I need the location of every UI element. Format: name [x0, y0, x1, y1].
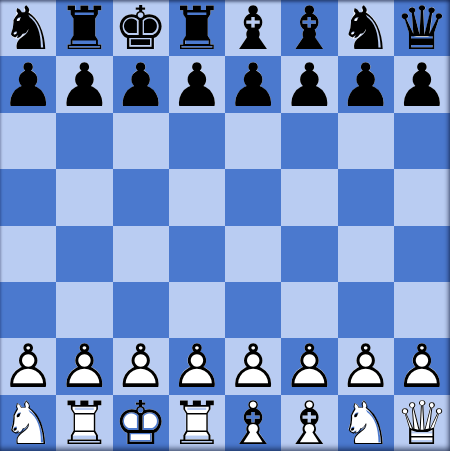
square-b5[interactable] — [56, 169, 112, 225]
square-h6[interactable] — [394, 113, 450, 169]
piece-glyph-outline: ♙ — [1, 336, 55, 396]
piece-glyph-outline: ♝ — [226, 0, 280, 58]
piece-glyph-outline: ♙ — [114, 336, 168, 396]
square-d1[interactable]: ♜♖ — [169, 395, 225, 451]
piece-glyph-fill: ♟ — [1, 336, 55, 396]
piece-glyph-fill: ♙ — [114, 55, 168, 115]
piece-glyph-outline: ♜ — [57, 0, 111, 58]
square-a5[interactable] — [0, 169, 56, 225]
square-d6[interactable] — [169, 113, 225, 169]
square-b6[interactable] — [56, 113, 112, 169]
piece-glyph-fill: ♟ — [170, 336, 224, 396]
piece-glyph-outline: ♟ — [57, 55, 111, 115]
piece-glyph-outline: ♖ — [170, 393, 224, 451]
square-c2[interactable]: ♟♙ — [113, 338, 169, 394]
piece-glyph-outline: ♟ — [282, 55, 336, 115]
square-g1[interactable]: ♞♘ — [338, 395, 394, 451]
piece-glyph-fill: ♜ — [57, 393, 111, 451]
piece-glyph-outline: ♟ — [170, 55, 224, 115]
square-h1[interactable]: ♛♕ — [394, 395, 450, 451]
square-h5[interactable] — [394, 169, 450, 225]
square-h8[interactable]: ♕♛ — [394, 0, 450, 56]
piece-white-king[interactable]: ♚♔ — [113, 395, 169, 451]
square-f8[interactable]: ♗♝ — [281, 0, 337, 56]
square-e3[interactable] — [225, 282, 281, 338]
square-e5[interactable] — [225, 169, 281, 225]
square-b7[interactable]: ♙♟ — [56, 56, 112, 112]
piece-black-pawn[interactable]: ♙♟ — [338, 56, 394, 112]
piece-white-knight[interactable]: ♞♘ — [338, 395, 394, 451]
chess-board: ♘♞♖♜♔♚♖♜♗♝♗♝♘♞♕♛♙♟♙♟♙♟♙♟♙♟♙♟♙♟♙♟♟♙♟♙♟♙♟♙… — [0, 0, 450, 451]
piece-white-pawn[interactable]: ♟♙ — [394, 338, 450, 394]
square-b3[interactable] — [56, 282, 112, 338]
square-d2[interactable]: ♟♙ — [169, 338, 225, 394]
piece-white-pawn[interactable]: ♟♙ — [169, 338, 225, 394]
square-f3[interactable] — [281, 282, 337, 338]
piece-glyph-outline: ♙ — [395, 336, 449, 396]
square-h3[interactable] — [394, 282, 450, 338]
square-a2[interactable]: ♟♙ — [0, 338, 56, 394]
piece-glyph-fill: ♛ — [395, 393, 449, 451]
piece-glyph-fill: ♙ — [170, 55, 224, 115]
piece-glyph-outline: ♙ — [339, 336, 393, 396]
piece-glyph-outline: ♞ — [1, 0, 55, 58]
piece-white-pawn[interactable]: ♟♙ — [0, 338, 56, 394]
piece-black-pawn[interactable]: ♙♟ — [113, 56, 169, 112]
piece-glyph-fill: ♙ — [226, 55, 280, 115]
piece-glyph-fill: ♙ — [395, 55, 449, 115]
piece-glyph-outline: ♔ — [114, 393, 168, 451]
piece-glyph-outline: ♙ — [170, 336, 224, 396]
piece-glyph-outline: ♙ — [226, 336, 280, 396]
square-f2[interactable]: ♟♙ — [281, 338, 337, 394]
piece-glyph-fill: ♟ — [114, 336, 168, 396]
square-f1[interactable]: ♝♗ — [281, 395, 337, 451]
square-b8[interactable]: ♖♜ — [56, 0, 112, 56]
square-c6[interactable] — [113, 113, 169, 169]
square-a7[interactable]: ♙♟ — [0, 56, 56, 112]
piece-glyph-outline: ♗ — [282, 393, 336, 451]
piece-glyph-outline: ♙ — [282, 336, 336, 396]
square-e7[interactable]: ♙♟ — [225, 56, 281, 112]
square-b2[interactable]: ♟♙ — [56, 338, 112, 394]
square-d4[interactable] — [169, 226, 225, 282]
piece-glyph-outline: ♖ — [57, 393, 111, 451]
square-c1[interactable]: ♚♔ — [113, 395, 169, 451]
piece-glyph-outline: ♟ — [395, 55, 449, 115]
square-c7[interactable]: ♙♟ — [113, 56, 169, 112]
piece-white-queen[interactable]: ♛♕ — [394, 395, 450, 451]
square-a1[interactable]: ♞♘ — [0, 395, 56, 451]
piece-glyph-fill: ♞ — [1, 393, 55, 451]
square-f4[interactable] — [281, 226, 337, 282]
piece-black-pawn[interactable]: ♙♟ — [394, 56, 450, 112]
square-g7[interactable]: ♙♟ — [338, 56, 394, 112]
piece-white-knight[interactable]: ♞♘ — [0, 395, 56, 451]
piece-black-knight[interactable]: ♘♞ — [338, 0, 394, 56]
piece-glyph-fill: ♞ — [339, 393, 393, 451]
piece-black-rook[interactable]: ♖♜ — [169, 0, 225, 56]
piece-glyph-fill: ♚ — [114, 393, 168, 451]
square-f7[interactable]: ♙♟ — [281, 56, 337, 112]
square-g2[interactable]: ♟♙ — [338, 338, 394, 394]
piece-glyph-fill: ♖ — [170, 0, 224, 58]
piece-black-bishop[interactable]: ♗♝ — [281, 0, 337, 56]
piece-black-rook[interactable]: ♖♜ — [56, 0, 112, 56]
square-e4[interactable] — [225, 226, 281, 282]
piece-glyph-outline: ♟ — [226, 55, 280, 115]
piece-glyph-fill: ♖ — [57, 0, 111, 58]
square-a6[interactable] — [0, 113, 56, 169]
piece-glyph-outline: ♟ — [1, 55, 55, 115]
piece-white-rook[interactable]: ♜♖ — [56, 395, 112, 451]
square-h4[interactable] — [394, 226, 450, 282]
square-b4[interactable] — [56, 226, 112, 282]
piece-glyph-outline: ♜ — [170, 0, 224, 58]
square-d8[interactable]: ♖♜ — [169, 0, 225, 56]
piece-white-pawn[interactable]: ♟♙ — [56, 338, 112, 394]
piece-glyph-fill: ♔ — [114, 0, 168, 58]
piece-glyph-fill: ♘ — [1, 0, 55, 58]
piece-black-bishop[interactable]: ♗♝ — [225, 0, 281, 56]
piece-black-pawn[interactable]: ♙♟ — [56, 56, 112, 112]
piece-glyph-outline: ♗ — [226, 393, 280, 451]
piece-white-rook[interactable]: ♜♖ — [169, 395, 225, 451]
square-d3[interactable] — [169, 282, 225, 338]
square-g8[interactable]: ♘♞ — [338, 0, 394, 56]
piece-glyph-fill: ♜ — [170, 393, 224, 451]
piece-glyph-fill: ♕ — [395, 0, 449, 58]
square-h2[interactable]: ♟♙ — [394, 338, 450, 394]
piece-glyph-outline: ♘ — [339, 393, 393, 451]
piece-white-bishop[interactable]: ♝♗ — [225, 395, 281, 451]
square-g5[interactable] — [338, 169, 394, 225]
piece-glyph-outline: ♛ — [395, 0, 449, 58]
piece-white-pawn[interactable]: ♟♙ — [225, 338, 281, 394]
piece-glyph-outline: ♙ — [57, 336, 111, 396]
square-c8[interactable]: ♔♚ — [113, 0, 169, 56]
piece-glyph-fill: ♙ — [282, 55, 336, 115]
piece-glyph-fill: ♟ — [226, 336, 280, 396]
square-a4[interactable] — [0, 226, 56, 282]
piece-glyph-outline: ♝ — [282, 0, 336, 58]
piece-glyph-outline: ♟ — [114, 55, 168, 115]
piece-glyph-outline: ♕ — [395, 393, 449, 451]
square-h7[interactable]: ♙♟ — [394, 56, 450, 112]
square-a3[interactable] — [0, 282, 56, 338]
piece-glyph-fill: ♟ — [57, 336, 111, 396]
square-c5[interactable] — [113, 169, 169, 225]
piece-black-pawn[interactable]: ♙♟ — [0, 56, 56, 112]
piece-glyph-fill: ♙ — [339, 55, 393, 115]
square-g3[interactable] — [338, 282, 394, 338]
piece-black-knight[interactable]: ♘♞ — [0, 0, 56, 56]
piece-white-pawn[interactable]: ♟♙ — [113, 338, 169, 394]
square-d5[interactable] — [169, 169, 225, 225]
square-e6[interactable] — [225, 113, 281, 169]
piece-glyph-fill: ♙ — [1, 55, 55, 115]
piece-glyph-fill: ♘ — [339, 0, 393, 58]
piece-glyph-outline: ♚ — [114, 0, 168, 58]
piece-glyph-fill: ♟ — [339, 336, 393, 396]
piece-glyph-fill: ♝ — [282, 393, 336, 451]
piece-glyph-fill: ♗ — [282, 0, 336, 58]
square-g6[interactable] — [338, 113, 394, 169]
square-d7[interactable]: ♙♟ — [169, 56, 225, 112]
square-e8[interactable]: ♗♝ — [225, 0, 281, 56]
piece-glyph-outline: ♞ — [339, 0, 393, 58]
square-b1[interactable]: ♜♖ — [56, 395, 112, 451]
piece-glyph-outline: ♟ — [339, 55, 393, 115]
piece-glyph-fill: ♝ — [226, 393, 280, 451]
piece-white-pawn[interactable]: ♟♙ — [338, 338, 394, 394]
square-c4[interactable] — [113, 226, 169, 282]
piece-white-pawn[interactable]: ♟♙ — [281, 338, 337, 394]
square-c3[interactable] — [113, 282, 169, 338]
piece-glyph-fill: ♟ — [395, 336, 449, 396]
piece-black-queen[interactable]: ♕♛ — [394, 0, 450, 56]
square-g4[interactable] — [338, 226, 394, 282]
piece-black-pawn[interactable]: ♙♟ — [169, 56, 225, 112]
piece-black-pawn[interactable]: ♙♟ — [225, 56, 281, 112]
piece-black-pawn[interactable]: ♙♟ — [281, 56, 337, 112]
piece-glyph-fill: ♟ — [282, 336, 336, 396]
piece-glyph-fill: ♙ — [57, 55, 111, 115]
square-f6[interactable] — [281, 113, 337, 169]
piece-glyph-fill: ♗ — [226, 0, 280, 58]
square-e1[interactable]: ♝♗ — [225, 395, 281, 451]
piece-black-king[interactable]: ♔♚ — [113, 0, 169, 56]
piece-white-bishop[interactable]: ♝♗ — [281, 395, 337, 451]
square-e2[interactable]: ♟♙ — [225, 338, 281, 394]
square-f5[interactable] — [281, 169, 337, 225]
piece-glyph-outline: ♘ — [1, 393, 55, 451]
square-a8[interactable]: ♘♞ — [0, 0, 56, 56]
